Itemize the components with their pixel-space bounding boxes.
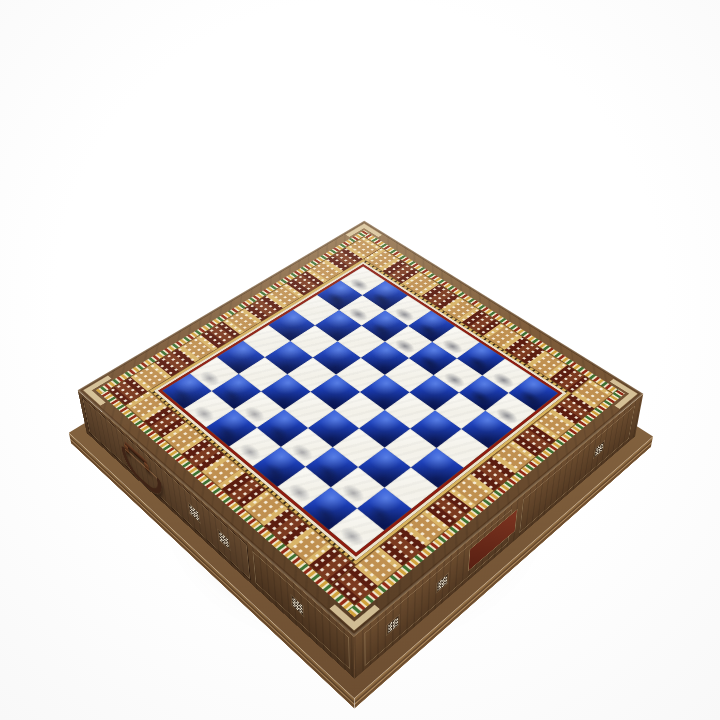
piece-glyph: ♜ [305,471,406,534]
piece-glyph: ♟ [464,365,556,414]
scene-3d: ♜♞♝♛♚♝♞♜♟♟♟♟♟♟♟♟♟♟♟♟♟♟♟♟♜♞♝♛♚♝♞♜ [0,0,720,720]
product-photo-stage: ♜♞♝♛♚♝♞♜♟♟♟♟♟♟♟♟♟♟♟♟♟♟♟♟♜♞♝♛♚♝♞♜ [0,0,720,720]
pieces-layer: ♜♞♝♛♚♝♞♜♟♟♟♟♟♟♟♟♟♟♟♟♟♟♟♟♜♞♝♛♚♝♞♜ [162,267,558,553]
chess-box: ♜♞♝♛♚♝♞♜♟♟♟♟♟♟♟♟♟♟♟♟♟♟♟♟♜♞♝♛♚♝♞♜ [78,221,644,637]
star-inlay [219,531,229,548]
star-inlay [189,504,199,521]
playing-area: ♜♞♝♛♚♝♞♜♟♟♟♟♟♟♟♟♟♟♟♟♟♟♟♟♜♞♝♛♚♝♞♜ [162,267,558,553]
